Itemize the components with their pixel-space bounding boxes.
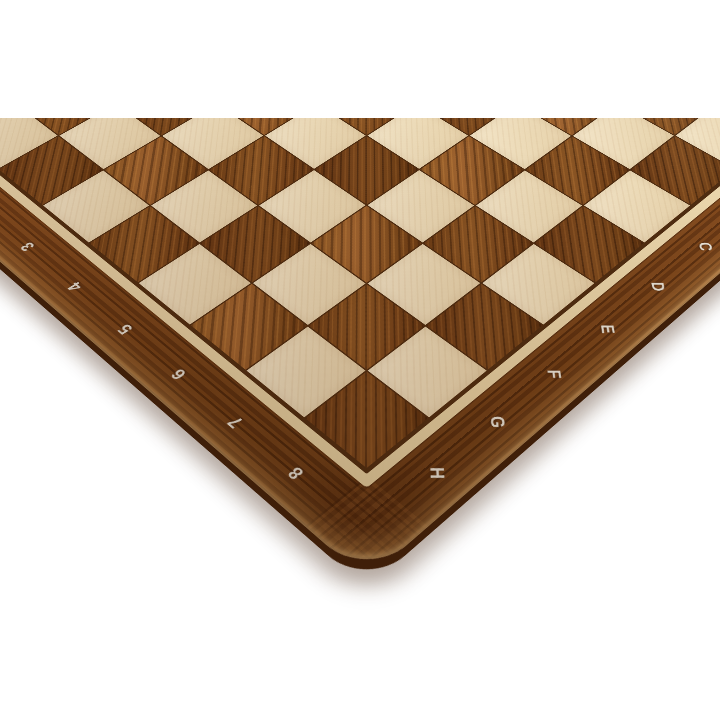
- chess-board: 345678CDEFGH: [0, 118, 720, 580]
- photo-crop: 345678CDEFGH: [0, 118, 720, 720]
- product-photo: 345678CDEFGH: [0, 0, 720, 720]
- perspective-wrapper: 345678CDEFGH: [3, 118, 665, 720]
